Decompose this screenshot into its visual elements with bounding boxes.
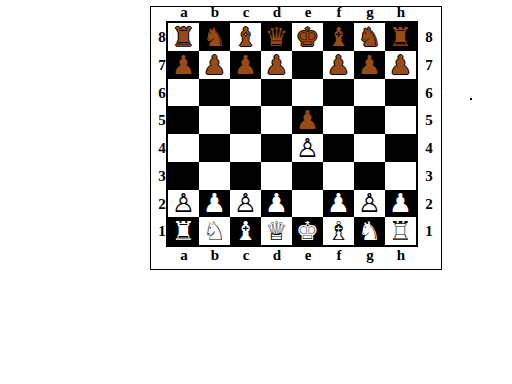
piece-black-rook-h8: ♜ (389, 24, 412, 50)
piece-black-knight-b8: ♞ (203, 24, 226, 50)
square-b8[interactable]: ♞ (199, 23, 230, 51)
square-a1[interactable]: ♜ (168, 217, 199, 245)
square-c5[interactable] (230, 106, 261, 134)
piece-black-pawn-f7: ♟ (327, 52, 350, 78)
square-a4[interactable] (168, 134, 199, 162)
square-c1[interactable]: ♝ (230, 217, 261, 245)
chess-board: ♜♞♝♛♚♝♞♜♟♟♟♟♟♟♟♟♙♙♟♙♟♟♙♟♜♘♝♕♚♗♞♖ (166, 21, 418, 247)
square-a2[interactable]: ♙ (168, 190, 199, 218)
piece-black-king-e8: ♚ (296, 24, 319, 50)
square-h3[interactable] (385, 162, 416, 190)
square-c8[interactable]: ♝ (230, 23, 261, 51)
square-b7[interactable]: ♟ (199, 51, 230, 79)
piece-white-rook-a1: ♜ (172, 218, 195, 244)
square-f1[interactable]: ♗ (323, 217, 354, 245)
rank-label-right-4: 4 (420, 140, 438, 156)
rank-label-left-3: 3 (153, 168, 171, 184)
rank-label-left-7: 7 (153, 57, 171, 73)
file-label-top-c: c (237, 4, 255, 20)
piece-white-pawn-b2: ♟ (203, 190, 226, 216)
piece-white-pawn-a2: ♙ (172, 190, 195, 216)
square-d6[interactable] (261, 79, 292, 107)
file-label-bottom-c: c (237, 247, 255, 263)
stray-dot-artifact (470, 98, 472, 100)
square-d5[interactable] (261, 106, 292, 134)
square-a6[interactable] (168, 79, 199, 107)
page-background: ♜♞♝♛♚♝♞♜♟♟♟♟♟♟♟♟♙♙♟♙♟♟♙♟♜♘♝♕♚♗♞♖ aabbccd… (0, 0, 512, 384)
file-label-top-b: b (206, 4, 224, 20)
file-label-bottom-e: e (299, 247, 317, 263)
rank-label-right-2: 2 (420, 196, 438, 212)
piece-white-pawn-d2: ♟ (265, 190, 288, 216)
piece-black-pawn-c7: ♟ (234, 52, 257, 78)
file-label-bottom-h: h (392, 247, 410, 263)
square-b6[interactable] (199, 79, 230, 107)
file-label-top-e: e (299, 4, 317, 20)
piece-black-queen-d8: ♛ (265, 24, 288, 50)
piece-black-bishop-f8: ♝ (327, 24, 350, 50)
rank-label-right-1: 1 (420, 223, 438, 239)
square-g8[interactable]: ♞ (354, 23, 385, 51)
square-h7[interactable]: ♟ (385, 51, 416, 79)
square-e1[interactable]: ♚ (292, 217, 323, 245)
rank-label-left-5: 5 (153, 112, 171, 128)
square-h6[interactable] (385, 79, 416, 107)
square-c4[interactable] (230, 134, 261, 162)
square-d8[interactable]: ♛ (261, 23, 292, 51)
file-label-bottom-b: b (206, 247, 224, 263)
square-b4[interactable] (199, 134, 230, 162)
piece-white-bishop-f1: ♗ (327, 218, 350, 244)
square-d7[interactable]: ♟ (261, 51, 292, 79)
rank-label-left-2: 2 (153, 196, 171, 212)
file-label-bottom-a: a (175, 247, 193, 263)
piece-black-pawn-d7: ♟ (265, 52, 288, 78)
square-c6[interactable] (230, 79, 261, 107)
square-h4[interactable] (385, 134, 416, 162)
square-g1[interactable]: ♞ (354, 217, 385, 245)
square-e2[interactable] (292, 190, 323, 218)
piece-white-pawn-h2: ♟ (389, 190, 412, 216)
square-c3[interactable] (230, 162, 261, 190)
square-f6[interactable] (323, 79, 354, 107)
square-b1[interactable]: ♘ (199, 217, 230, 245)
square-e5[interactable]: ♟ (292, 106, 323, 134)
square-c7[interactable]: ♟ (230, 51, 261, 79)
rank-label-left-6: 6 (153, 85, 171, 101)
file-label-bottom-g: g (361, 247, 379, 263)
square-g6[interactable] (354, 79, 385, 107)
square-g5[interactable] (354, 106, 385, 134)
file-label-top-f: f (330, 4, 348, 20)
square-e8[interactable]: ♚ (292, 23, 323, 51)
file-label-top-d: d (268, 4, 286, 20)
square-e3[interactable] (292, 162, 323, 190)
square-f7[interactable]: ♟ (323, 51, 354, 79)
rank-label-left-4: 4 (153, 140, 171, 156)
piece-white-pawn-e4: ♙ (296, 135, 319, 161)
square-h5[interactable] (385, 106, 416, 134)
square-h2[interactable]: ♟ (385, 190, 416, 218)
piece-white-knight-g1: ♞ (358, 218, 381, 244)
square-g3[interactable] (354, 162, 385, 190)
square-g4[interactable] (354, 134, 385, 162)
piece-white-pawn-g2: ♙ (358, 190, 381, 216)
square-a8[interactable]: ♜ (168, 23, 199, 51)
square-b2[interactable]: ♟ (199, 190, 230, 218)
square-f5[interactable] (323, 106, 354, 134)
file-label-bottom-f: f (330, 247, 348, 263)
square-a5[interactable] (168, 106, 199, 134)
square-d2[interactable]: ♟ (261, 190, 292, 218)
square-g2[interactable]: ♙ (354, 190, 385, 218)
piece-black-knight-g8: ♞ (358, 24, 381, 50)
rank-label-right-5: 5 (420, 112, 438, 128)
file-label-top-g: g (361, 4, 379, 20)
rank-label-right-3: 3 (420, 168, 438, 184)
piece-black-rook-a8: ♜ (172, 24, 195, 50)
square-a3[interactable] (168, 162, 199, 190)
rank-label-right-7: 7 (420, 57, 438, 73)
piece-white-pawn-c2: ♙ (234, 190, 257, 216)
piece-white-bishop-c1: ♝ (234, 218, 257, 244)
square-d4[interactable] (261, 134, 292, 162)
square-h8[interactable]: ♜ (385, 23, 416, 51)
square-c2[interactable]: ♙ (230, 190, 261, 218)
piece-white-queen-d1: ♕ (265, 218, 288, 244)
piece-white-pawn-f2: ♟ (327, 190, 350, 216)
square-d3[interactable] (261, 162, 292, 190)
square-h1[interactable]: ♖ (385, 217, 416, 245)
rank-label-right-8: 8 (420, 29, 438, 45)
piece-black-bishop-c8: ♝ (234, 24, 257, 50)
square-f2[interactable]: ♟ (323, 190, 354, 218)
piece-black-pawn-g7: ♟ (358, 52, 381, 78)
square-e6[interactable] (292, 79, 323, 107)
square-e7[interactable] (292, 51, 323, 79)
square-f8[interactable]: ♝ (323, 23, 354, 51)
piece-black-pawn-e5: ♟ (296, 107, 319, 133)
file-label-top-a: a (175, 4, 193, 20)
rank-label-left-1: 1 (153, 223, 171, 239)
square-a7[interactable]: ♟ (168, 51, 199, 79)
square-g7[interactable]: ♟ (354, 51, 385, 79)
piece-white-rook-h1: ♖ (389, 218, 412, 244)
square-f3[interactable] (323, 162, 354, 190)
piece-black-pawn-b7: ♟ (203, 52, 226, 78)
file-label-bottom-d: d (268, 247, 286, 263)
square-b5[interactable] (199, 106, 230, 134)
square-d1[interactable]: ♕ (261, 217, 292, 245)
piece-black-pawn-a7: ♟ (172, 52, 195, 78)
piece-white-knight-b1: ♘ (203, 218, 226, 244)
rank-label-right-6: 6 (420, 85, 438, 101)
rank-label-left-8: 8 (153, 29, 171, 45)
square-b3[interactable] (199, 162, 230, 190)
square-f4[interactable] (323, 134, 354, 162)
square-e4[interactable]: ♙ (292, 134, 323, 162)
file-label-top-h: h (392, 4, 410, 20)
piece-black-pawn-h7: ♟ (389, 52, 412, 78)
piece-white-king-e1: ♚ (296, 218, 319, 244)
